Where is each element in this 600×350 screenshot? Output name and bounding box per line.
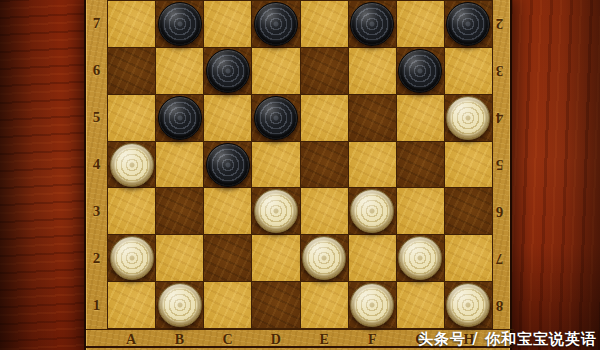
square-c1[interactable] [204, 282, 251, 328]
black-man-c4[interactable] [206, 143, 250, 187]
square-h2[interactable] [445, 235, 492, 281]
rank-label-right-5: 5 [489, 157, 510, 172]
white-man-g2[interactable] [398, 236, 442, 280]
white-man-h5[interactable] [446, 96, 490, 140]
square-a6[interactable] [108, 48, 155, 94]
square-e4[interactable] [301, 142, 348, 188]
rank-label-right-3: 3 [489, 63, 510, 78]
square-b4[interactable] [156, 142, 203, 188]
square-a7[interactable] [108, 1, 155, 47]
file-label-f: F [368, 332, 377, 348]
square-a1[interactable] [108, 282, 155, 328]
square-h4[interactable] [445, 142, 492, 188]
file-label-a: A [126, 332, 136, 348]
white-man-f3[interactable] [350, 189, 394, 233]
square-f6[interactable] [349, 48, 396, 94]
square-f4[interactable] [349, 142, 396, 188]
square-g4[interactable] [397, 142, 444, 188]
file-label-d: D [271, 332, 281, 348]
rank-label-left-5: 5 [86, 110, 107, 125]
square-e6[interactable] [301, 48, 348, 94]
checkers-board: 7654321 2345678 ABCDEFGH [84, 0, 512, 350]
rank-label-left-2: 2 [86, 251, 107, 266]
file-label-b: B [175, 332, 184, 348]
black-man-h7[interactable] [446, 2, 490, 46]
rank-label-right-6: 6 [489, 204, 510, 219]
square-f5[interactable] [349, 95, 396, 141]
rank-label-right-8: 8 [489, 298, 510, 313]
checkers-app-screen: 7654321 2345678 ABCDEFGH 头条号 / 你和宝宝说英语 [0, 0, 600, 350]
table-wood-left [0, 0, 86, 350]
square-g7[interactable] [397, 1, 444, 47]
rank-label-left-6: 6 [86, 63, 107, 78]
square-d2[interactable] [252, 235, 299, 281]
black-man-c6[interactable] [206, 49, 250, 93]
square-d6[interactable] [252, 48, 299, 94]
black-man-d7[interactable] [254, 2, 298, 46]
square-e3[interactable] [301, 188, 348, 234]
square-h6[interactable] [445, 48, 492, 94]
square-e7[interactable] [301, 1, 348, 47]
rank-label-left-3: 3 [86, 204, 107, 219]
white-man-a4[interactable] [110, 143, 154, 187]
watermark: 头条号 / 你和宝宝说英语 [418, 330, 597, 349]
square-b6[interactable] [156, 48, 203, 94]
black-man-d5[interactable] [254, 96, 298, 140]
white-man-a2[interactable] [110, 236, 154, 280]
black-man-g6[interactable] [398, 49, 442, 93]
black-man-b7[interactable] [158, 2, 202, 46]
square-c2[interactable] [204, 235, 251, 281]
black-man-f7[interactable] [350, 2, 394, 46]
square-b2[interactable] [156, 235, 203, 281]
square-c7[interactable] [204, 1, 251, 47]
square-g3[interactable] [397, 188, 444, 234]
square-d1[interactable] [252, 282, 299, 328]
square-b3[interactable] [156, 188, 203, 234]
square-d4[interactable] [252, 142, 299, 188]
square-g5[interactable] [397, 95, 444, 141]
square-h3[interactable] [445, 188, 492, 234]
white-man-d3[interactable] [254, 189, 298, 233]
board-squares [107, 0, 493, 329]
file-label-c: C [223, 332, 233, 348]
square-a5[interactable] [108, 95, 155, 141]
square-c5[interactable] [204, 95, 251, 141]
black-man-b5[interactable] [158, 96, 202, 140]
rank-label-right-4: 4 [489, 110, 510, 125]
square-e5[interactable] [301, 95, 348, 141]
rank-label-right-7: 7 [489, 251, 510, 266]
square-a3[interactable] [108, 188, 155, 234]
rank-labels-right: 2345678 [489, 0, 510, 329]
square-f2[interactable] [349, 235, 396, 281]
rank-label-left-7: 7 [86, 16, 107, 31]
rank-label-left-4: 4 [86, 157, 107, 172]
white-man-b1[interactable] [158, 283, 202, 327]
square-c3[interactable] [204, 188, 251, 234]
white-man-f1[interactable] [350, 283, 394, 327]
white-man-e2[interactable] [302, 236, 346, 280]
rank-label-right-2: 2 [489, 16, 510, 31]
square-e1[interactable] [301, 282, 348, 328]
rank-label-left-1: 1 [86, 298, 107, 313]
file-label-e: E [319, 332, 328, 348]
square-g1[interactable] [397, 282, 444, 328]
rank-labels-left: 7654321 [86, 0, 107, 329]
table-wood-right [510, 0, 600, 350]
white-man-h1[interactable] [446, 283, 490, 327]
